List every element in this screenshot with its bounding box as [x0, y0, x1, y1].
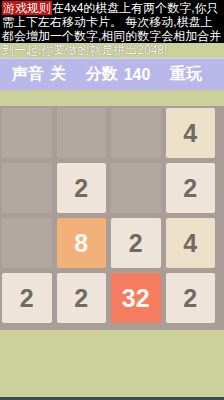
tile-2: 2 [166, 273, 216, 323]
cell-empty [2, 218, 52, 268]
score-label: 分数 [86, 64, 118, 85]
cell-empty [57, 108, 107, 158]
rules-label: 游戏规则 [2, 1, 52, 15]
cell-empty [2, 108, 52, 158]
sound-state: 关 [50, 64, 66, 85]
score-value: 140 [124, 66, 151, 84]
score-display: 分数 140 [86, 64, 151, 85]
sound-label: 声音 [12, 64, 44, 85]
tile-2: 2 [2, 273, 52, 323]
rules-banner: 游戏规则在4x4的棋盘上有两个数字,你只需上下左右移动卡片。 每次移动,棋盘上都… [0, 0, 224, 59]
board[interactable]: 42282422322 [0, 106, 224, 330]
tile-2: 2 [57, 163, 107, 213]
toolbar: 声音 关 分数 140 重玩 [0, 58, 224, 90]
replay-label: 重玩 [170, 64, 202, 85]
game-screen: 游戏规则在4x4的棋盘上有两个数字,你只需上下左右移动卡片。 每次移动,棋盘上都… [0, 0, 224, 400]
cell-empty [2, 163, 52, 213]
tile-2: 2 [111, 218, 161, 268]
tile-8: 8 [57, 218, 107, 268]
tile-2: 2 [166, 163, 216, 213]
replay-button[interactable]: 重玩 [170, 64, 202, 85]
tile-2: 2 [57, 273, 107, 323]
sound-toggle-button[interactable]: 声音 关 [12, 64, 66, 85]
cell-empty [111, 163, 161, 213]
tile-4: 4 [166, 218, 216, 268]
tile-4: 4 [166, 108, 216, 158]
tile-32: 32 [111, 273, 161, 323]
cell-empty [111, 108, 161, 158]
